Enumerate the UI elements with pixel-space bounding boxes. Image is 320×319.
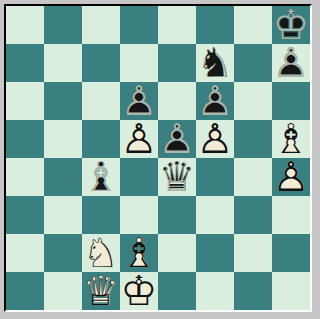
square-g5[interactable]: [234, 120, 272, 158]
square-b4[interactable]: [44, 158, 82, 196]
piece-outline-glyph: ♕: [158, 158, 196, 196]
square-e4[interactable]: ♛♕: [158, 158, 196, 196]
piece-outline-glyph: ♙: [196, 120, 234, 158]
piece-outline-glyph: ♔: [120, 272, 158, 310]
square-a3[interactable]: [6, 196, 44, 234]
square-h7[interactable]: ♟♙: [272, 44, 310, 82]
board-frame: ♚♔♞♘♟♙♟♙♟♙♟♙♟♙♟♙♝♗♝♗♛♕♟♙♞♘♝♗♛♕♚♔: [4, 4, 312, 312]
square-g2[interactable]: [234, 234, 272, 272]
chess-board: ♚♔♞♘♟♙♟♙♟♙♟♙♟♙♟♙♝♗♝♗♛♕♟♙♞♘♝♗♛♕♚♔: [6, 6, 310, 310]
square-c6[interactable]: [82, 82, 120, 120]
square-b3[interactable]: [44, 196, 82, 234]
square-b6[interactable]: [44, 82, 82, 120]
square-b7[interactable]: [44, 44, 82, 82]
square-a5[interactable]: [6, 120, 44, 158]
square-g4[interactable]: [234, 158, 272, 196]
square-h1[interactable]: [272, 272, 310, 310]
square-b5[interactable]: [44, 120, 82, 158]
piece-outline-glyph: ♙: [120, 120, 158, 158]
square-g8[interactable]: [234, 6, 272, 44]
square-a6[interactable]: [6, 82, 44, 120]
square-h4[interactable]: ♟♙: [272, 158, 310, 196]
piece-outline-glyph: ♗: [82, 158, 120, 196]
piece-white-pawn-d5[interactable]: ♟♙: [120, 120, 158, 158]
piece-outline-glyph: ♕: [82, 272, 120, 310]
square-e7[interactable]: [158, 44, 196, 82]
square-b8[interactable]: [44, 6, 82, 44]
piece-white-king-d1[interactable]: ♚♔: [120, 272, 158, 310]
square-e8[interactable]: [158, 6, 196, 44]
square-f2[interactable]: [196, 234, 234, 272]
square-b2[interactable]: [44, 234, 82, 272]
piece-black-queen-e4[interactable]: ♛♕: [158, 158, 196, 196]
square-c1[interactable]: ♛♕: [82, 272, 120, 310]
piece-white-pawn-h4[interactable]: ♟♙: [272, 158, 310, 196]
square-h3[interactable]: [272, 196, 310, 234]
piece-black-bishop-c4[interactable]: ♝♗: [82, 158, 120, 196]
piece-white-pawn-f5[interactable]: ♟♙: [196, 120, 234, 158]
square-f5[interactable]: ♟♙: [196, 120, 234, 158]
square-c8[interactable]: [82, 6, 120, 44]
piece-white-queen-c1[interactable]: ♛♕: [82, 272, 120, 310]
piece-black-pawn-h7[interactable]: ♟♙: [272, 44, 310, 82]
square-a1[interactable]: [6, 272, 44, 310]
square-d8[interactable]: [120, 6, 158, 44]
square-a8[interactable]: [6, 6, 44, 44]
piece-outline-glyph: ♙: [272, 158, 310, 196]
square-g7[interactable]: [234, 44, 272, 82]
square-g6[interactable]: [234, 82, 272, 120]
square-h2[interactable]: [272, 234, 310, 272]
square-b1[interactable]: [44, 272, 82, 310]
square-d4[interactable]: [120, 158, 158, 196]
square-f1[interactable]: [196, 272, 234, 310]
square-a7[interactable]: [6, 44, 44, 82]
square-c4[interactable]: ♝♗: [82, 158, 120, 196]
square-d1[interactable]: ♚♔: [120, 272, 158, 310]
piece-outline-glyph: ♙: [272, 44, 310, 82]
square-g3[interactable]: [234, 196, 272, 234]
square-e3[interactable]: [158, 196, 196, 234]
square-e2[interactable]: [158, 234, 196, 272]
square-a2[interactable]: [6, 234, 44, 272]
chess-app-window: { "game": "chess", "position": { "fen": …: [0, 0, 320, 319]
square-d5[interactable]: ♟♙: [120, 120, 158, 158]
square-a4[interactable]: [6, 158, 44, 196]
square-f4[interactable]: [196, 158, 234, 196]
square-c7[interactable]: [82, 44, 120, 82]
square-f3[interactable]: [196, 196, 234, 234]
square-g1[interactable]: [234, 272, 272, 310]
square-e1[interactable]: [158, 272, 196, 310]
